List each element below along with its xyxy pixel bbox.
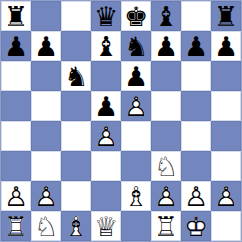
piece-white-pawn-f2[interactable]: ♟♙ (151, 181, 181, 211)
piece-outline-glyph: ♙ (1, 181, 31, 211)
square-f5[interactable] (151, 91, 181, 121)
square-f3[interactable]: ♞♘ (151, 151, 181, 181)
square-c1[interactable]: ♝♗ (61, 211, 91, 241)
square-b1[interactable]: ♞♘ (31, 211, 61, 241)
piece-black-pawn-b7[interactable]: ♟ (31, 31, 61, 61)
piece-black-pawn-a7[interactable]: ♟ (1, 31, 31, 61)
square-h4[interactable] (211, 121, 241, 151)
square-b8[interactable] (31, 1, 61, 31)
piece-black-knight-e7[interactable]: ♞ (121, 31, 151, 61)
piece-black-king-e8[interactable]: ♚ (121, 1, 151, 31)
piece-white-pawn-h2[interactable]: ♟♙ (211, 181, 241, 211)
piece-white-knight-b1[interactable]: ♞♘ (31, 211, 61, 241)
square-c2[interactable] (61, 181, 91, 211)
square-d7[interactable]: ♝ (91, 31, 121, 61)
piece-outline-glyph: ♗ (121, 181, 151, 211)
square-a2[interactable]: ♟♙ (1, 181, 31, 211)
piece-outline-glyph: ♙ (151, 181, 181, 211)
square-a8[interactable]: ♜ (1, 1, 31, 31)
piece-black-knight-c6[interactable]: ♞ (61, 61, 91, 91)
square-f4[interactable] (151, 121, 181, 151)
piece-outline-glyph: ♗ (61, 211, 91, 241)
square-d3[interactable] (91, 151, 121, 181)
square-a7[interactable]: ♟ (1, 31, 31, 61)
square-g5[interactable] (181, 91, 211, 121)
piece-black-pawn-h7[interactable]: ♟ (211, 31, 241, 61)
piece-black-queen-d8[interactable]: ♛ (91, 1, 121, 31)
piece-black-rook-h8[interactable]: ♜ (211, 1, 241, 31)
piece-white-pawn-g2[interactable]: ♟♙ (181, 181, 211, 211)
square-c5[interactable] (61, 91, 91, 121)
piece-outline-glyph: ♔ (181, 211, 211, 241)
square-b7[interactable]: ♟ (31, 31, 61, 61)
square-c4[interactable] (61, 121, 91, 151)
square-h1[interactable] (211, 211, 241, 241)
square-c7[interactable] (61, 31, 91, 61)
square-d2[interactable] (91, 181, 121, 211)
square-d1[interactable]: ♛♕ (91, 211, 121, 241)
piece-outline-glyph: ♙ (31, 181, 61, 211)
square-f7[interactable]: ♟ (151, 31, 181, 61)
square-a4[interactable] (1, 121, 31, 151)
piece-black-bishop-f8[interactable]: ♝ (151, 1, 181, 31)
square-h6[interactable] (211, 61, 241, 91)
square-f8[interactable]: ♝ (151, 1, 181, 31)
piece-outline-glyph: ♘ (31, 211, 61, 241)
square-a3[interactable] (1, 151, 31, 181)
square-g3[interactable] (181, 151, 211, 181)
piece-white-rook-f1[interactable]: ♜♖ (151, 211, 181, 241)
piece-white-pawn-a2[interactable]: ♟♙ (1, 181, 31, 211)
piece-outline-glyph: ♕ (91, 211, 121, 241)
square-g4[interactable] (181, 121, 211, 151)
piece-white-king-g1[interactable]: ♚♔ (181, 211, 211, 241)
square-g6[interactable] (181, 61, 211, 91)
piece-outline-glyph: ♙ (91, 121, 121, 151)
piece-white-bishop-c1[interactable]: ♝♗ (61, 211, 91, 241)
piece-white-knight-f3[interactable]: ♞♘ (151, 151, 181, 181)
square-f1[interactable]: ♜♖ (151, 211, 181, 241)
square-b4[interactable] (31, 121, 61, 151)
square-e8[interactable]: ♚ (121, 1, 151, 31)
square-b3[interactable] (31, 151, 61, 181)
square-e1[interactable] (121, 211, 151, 241)
square-c6[interactable]: ♞ (61, 61, 91, 91)
piece-outline-glyph: ♙ (181, 181, 211, 211)
square-b6[interactable] (31, 61, 61, 91)
piece-white-pawn-d4[interactable]: ♟♙ (91, 121, 121, 151)
square-h2[interactable]: ♟♙ (211, 181, 241, 211)
square-e7[interactable]: ♞ (121, 31, 151, 61)
piece-outline-glyph: ♙ (121, 91, 151, 121)
piece-white-pawn-b2[interactable]: ♟♙ (31, 181, 61, 211)
square-a6[interactable] (1, 61, 31, 91)
square-b2[interactable]: ♟♙ (31, 181, 61, 211)
piece-black-pawn-f7[interactable]: ♟ (151, 31, 181, 61)
piece-white-bishop-e2[interactable]: ♝♗ (121, 181, 151, 211)
piece-black-pawn-e6[interactable]: ♟ (121, 61, 151, 91)
piece-outline-glyph: ♖ (151, 211, 181, 241)
square-g8[interactable] (181, 1, 211, 31)
square-f2[interactable]: ♟♙ (151, 181, 181, 211)
square-e2[interactable]: ♝♗ (121, 181, 151, 211)
piece-black-pawn-d5[interactable]: ♟ (91, 91, 121, 121)
square-g7[interactable]: ♟ (181, 31, 211, 61)
square-e4[interactable] (121, 121, 151, 151)
square-e6[interactable]: ♟ (121, 61, 151, 91)
piece-white-pawn-e5[interactable]: ♟♙ (121, 91, 151, 121)
square-e3[interactable] (121, 151, 151, 181)
square-d6[interactable] (91, 61, 121, 91)
square-g1[interactable]: ♚♔ (181, 211, 211, 241)
square-a5[interactable] (1, 91, 31, 121)
chess-board: ♜♛♚♝♜♟♟♝♞♟♟♟♞♟♟♟♙♟♙♞♘♟♙♟♙♝♗♟♙♟♙♟♙♜♖♞♘♝♗♛… (0, 0, 242, 242)
square-h8[interactable]: ♜ (211, 1, 241, 31)
piece-black-pawn-g7[interactable]: ♟ (181, 31, 211, 61)
piece-black-bishop-d7[interactable]: ♝ (91, 31, 121, 61)
square-b5[interactable] (31, 91, 61, 121)
piece-outline-glyph: ♙ (211, 181, 241, 211)
square-f6[interactable] (151, 61, 181, 91)
piece-outline-glyph: ♘ (151, 151, 181, 181)
square-h5[interactable] (211, 91, 241, 121)
square-h3[interactable] (211, 151, 241, 181)
piece-white-rook-a1[interactable]: ♜♖ (1, 211, 31, 241)
square-h7[interactable]: ♟ (211, 31, 241, 61)
square-c8[interactable] (61, 1, 91, 31)
square-d4[interactable]: ♟♙ (91, 121, 121, 151)
square-d8[interactable]: ♛ (91, 1, 121, 31)
piece-white-queen-d1[interactable]: ♛♕ (91, 211, 121, 241)
piece-outline-glyph: ♖ (1, 211, 31, 241)
square-g2[interactable]: ♟♙ (181, 181, 211, 211)
square-c3[interactable] (61, 151, 91, 181)
square-e5[interactable]: ♟♙ (121, 91, 151, 121)
square-a1[interactable]: ♜♖ (1, 211, 31, 241)
square-d5[interactable]: ♟ (91, 91, 121, 121)
piece-black-rook-a8[interactable]: ♜ (1, 1, 31, 31)
